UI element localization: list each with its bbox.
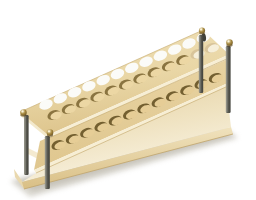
nut-back-right — [199, 27, 205, 34]
nut-front-right — [226, 39, 233, 47]
rod-front-left — [45, 136, 50, 189]
nut-back-left — [20, 109, 26, 116]
photo-canvas — [0, 0, 256, 200]
nut-front-left — [47, 129, 54, 137]
test-tube-rack-photo — [0, 0, 256, 200]
rod-back-right — [199, 35, 203, 93]
rod-back-left — [24, 115, 29, 175]
rod-front-right — [226, 46, 231, 113]
